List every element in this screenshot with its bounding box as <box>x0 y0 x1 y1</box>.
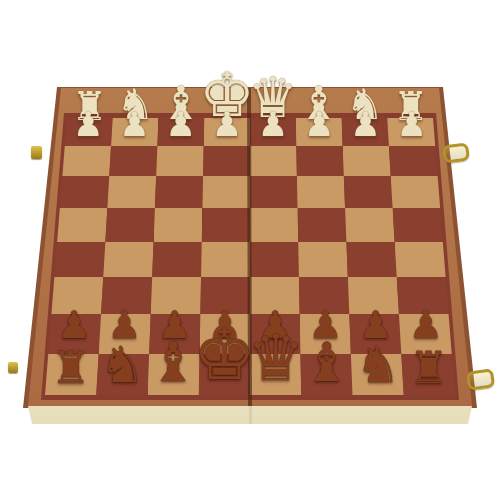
white-pawn: ♟ <box>396 107 426 141</box>
white-pawn: ♟ <box>258 107 288 141</box>
black-bishop: ♝ <box>149 336 197 390</box>
black-bishop: ♝ <box>303 336 351 390</box>
product-photo-chess-set: ♜♞♝♚♛♝♞♜♟♟♟♟♟♟♟♟♟♟♟♟♟♟♟♟♜♞♝♚♛♝♞♜ <box>0 0 500 500</box>
black-rook: ♜ <box>409 346 448 390</box>
white-pawn: ♟ <box>304 107 334 141</box>
white-pawn: ♟ <box>119 107 149 141</box>
black-queen: ♛ <box>247 326 304 390</box>
black-knight: ♞ <box>100 340 145 390</box>
black-pawn: ♟ <box>409 306 443 344</box>
pieces-layer: ♜♞♝♚♛♝♞♜♟♟♟♟♟♟♟♟♟♟♟♟♟♟♟♟♜♞♝♚♛♝♞♜ <box>0 0 500 500</box>
black-knight: ♞ <box>355 340 400 390</box>
black-rook: ♜ <box>51 346 90 390</box>
white-pawn: ♟ <box>212 107 242 141</box>
white-pawn: ♟ <box>350 107 380 141</box>
white-pawn: ♟ <box>165 107 195 141</box>
black-pawn: ♟ <box>57 306 91 344</box>
white-pawn: ♟ <box>73 107 103 141</box>
